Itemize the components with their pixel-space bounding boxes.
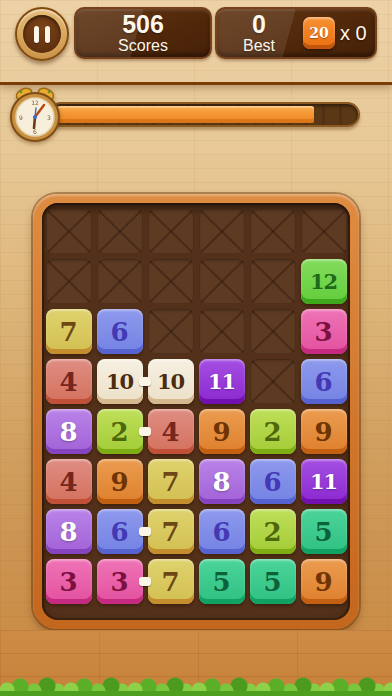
tile-8-3-value-7[interactable]: 7 bbox=[148, 559, 194, 604]
empty-cell-3-3 bbox=[148, 309, 194, 354]
empty-cell-2-4 bbox=[199, 259, 245, 304]
svg-text:12: 12 bbox=[31, 99, 39, 106]
header-bar: 506 Scores 0 Best 20 x 0 bbox=[0, 0, 392, 82]
score-value: 506 bbox=[122, 11, 164, 37]
tile-5-4-value-9[interactable]: 9 bbox=[199, 409, 245, 454]
empty-cell-1-5 bbox=[250, 209, 296, 254]
empty-cell-4-5 bbox=[250, 359, 296, 404]
tile-8-4-value-5[interactable]: 5 bbox=[199, 559, 245, 604]
alarm-clock-icon: 12 3 6 9 bbox=[6, 86, 64, 144]
tile-6-5-value-6[interactable]: 6 bbox=[250, 459, 296, 504]
board-grid: 12763410101168249294978611867625337559 bbox=[46, 203, 347, 604]
best-panel: 0 Best 20 x 0 bbox=[215, 7, 377, 59]
tile-5-2-value-2[interactable]: 2 bbox=[97, 409, 143, 454]
goal-count: x 0 bbox=[340, 9, 367, 57]
tile-7-2-value-6[interactable]: 6 bbox=[97, 509, 143, 554]
empty-cell-3-4 bbox=[199, 309, 245, 354]
tile-8-1-value-3[interactable]: 3 bbox=[46, 559, 92, 604]
empty-cell-1-2 bbox=[97, 209, 143, 254]
empty-cell-3-5 bbox=[250, 309, 296, 354]
tile-6-1-value-4[interactable]: 4 bbox=[46, 459, 92, 504]
tile-8-5-value-5[interactable]: 5 bbox=[250, 559, 296, 604]
tile-4-4-value-11[interactable]: 11 bbox=[199, 359, 245, 404]
goal-tile-value: 20 bbox=[309, 25, 328, 41]
best-label: Best bbox=[243, 38, 275, 55]
tile-4-3-value-10[interactable]: 10 bbox=[148, 359, 194, 404]
tile-2-6-value-12[interactable]: 12 bbox=[301, 259, 347, 304]
tile-7-1-value-8[interactable]: 8 bbox=[46, 509, 92, 554]
grass-base bbox=[0, 691, 392, 696]
tile-7-6-value-5[interactable]: 5 bbox=[301, 509, 347, 554]
tile-4-2-value-10[interactable]: 10 bbox=[97, 359, 143, 404]
tile-3-1-value-7[interactable]: 7 bbox=[46, 309, 92, 354]
tile-6-2-value-9[interactable]: 9 bbox=[97, 459, 143, 504]
tile-connector-r4-c2 bbox=[139, 377, 151, 386]
empty-cell-1-6 bbox=[301, 209, 347, 254]
tile-6-4-value-8[interactable]: 8 bbox=[199, 459, 245, 504]
board-inner: 12763410101168249294978611867625337559 bbox=[42, 203, 350, 620]
tile-connector-r7-c2 bbox=[139, 527, 151, 536]
tile-5-6-value-9[interactable]: 9 bbox=[301, 409, 347, 454]
tile-5-5-value-2[interactable]: 2 bbox=[250, 409, 296, 454]
tile-4-1-value-4[interactable]: 4 bbox=[46, 359, 92, 404]
tile-5-3-value-4[interactable]: 4 bbox=[148, 409, 194, 454]
empty-cell-2-3 bbox=[148, 259, 194, 304]
pause-button[interactable] bbox=[15, 7, 69, 61]
tile-connector-r8-c2 bbox=[139, 577, 151, 586]
tile-3-6-value-3[interactable]: 3 bbox=[301, 309, 347, 354]
empty-cell-1-1 bbox=[46, 209, 92, 254]
empty-cell-2-1 bbox=[46, 259, 92, 304]
empty-cell-2-5 bbox=[250, 259, 296, 304]
pause-icon bbox=[23, 15, 61, 53]
tile-6-3-value-7[interactable]: 7 bbox=[148, 459, 194, 504]
tile-7-5-value-2[interactable]: 2 bbox=[250, 509, 296, 554]
tile-7-4-value-6[interactable]: 6 bbox=[199, 509, 245, 554]
svg-text:9: 9 bbox=[19, 114, 23, 121]
empty-cell-2-2 bbox=[97, 259, 143, 304]
timer-bar bbox=[48, 102, 360, 127]
tile-5-1-value-8[interactable]: 8 bbox=[46, 409, 92, 454]
tile-8-2-value-3[interactable]: 3 bbox=[97, 559, 143, 604]
svg-text:3: 3 bbox=[47, 114, 51, 121]
tile-3-2-value-6[interactable]: 6 bbox=[97, 309, 143, 354]
best-value: 0 bbox=[252, 11, 266, 37]
empty-cell-1-4 bbox=[199, 209, 245, 254]
tile-4-6-value-6[interactable]: 6 bbox=[301, 359, 347, 404]
tile-8-6-value-9[interactable]: 9 bbox=[301, 559, 347, 604]
tile-7-3-value-7[interactable]: 7 bbox=[148, 509, 194, 554]
game-screen: 506 Scores 0 Best 20 x 0 12 3 6 9 bbox=[0, 0, 392, 696]
score-panel: 506 Scores bbox=[74, 7, 212, 59]
tile-6-6-value-11[interactable]: 11 bbox=[301, 459, 347, 504]
timer-fill bbox=[52, 106, 314, 123]
game-board: 12763410101168249294978611867625337559 bbox=[33, 194, 359, 629]
goal-tile: 20 bbox=[303, 17, 335, 49]
score-label: Scores bbox=[118, 38, 168, 55]
tile-connector-r5-c2 bbox=[139, 427, 151, 436]
empty-cell-1-3 bbox=[148, 209, 194, 254]
